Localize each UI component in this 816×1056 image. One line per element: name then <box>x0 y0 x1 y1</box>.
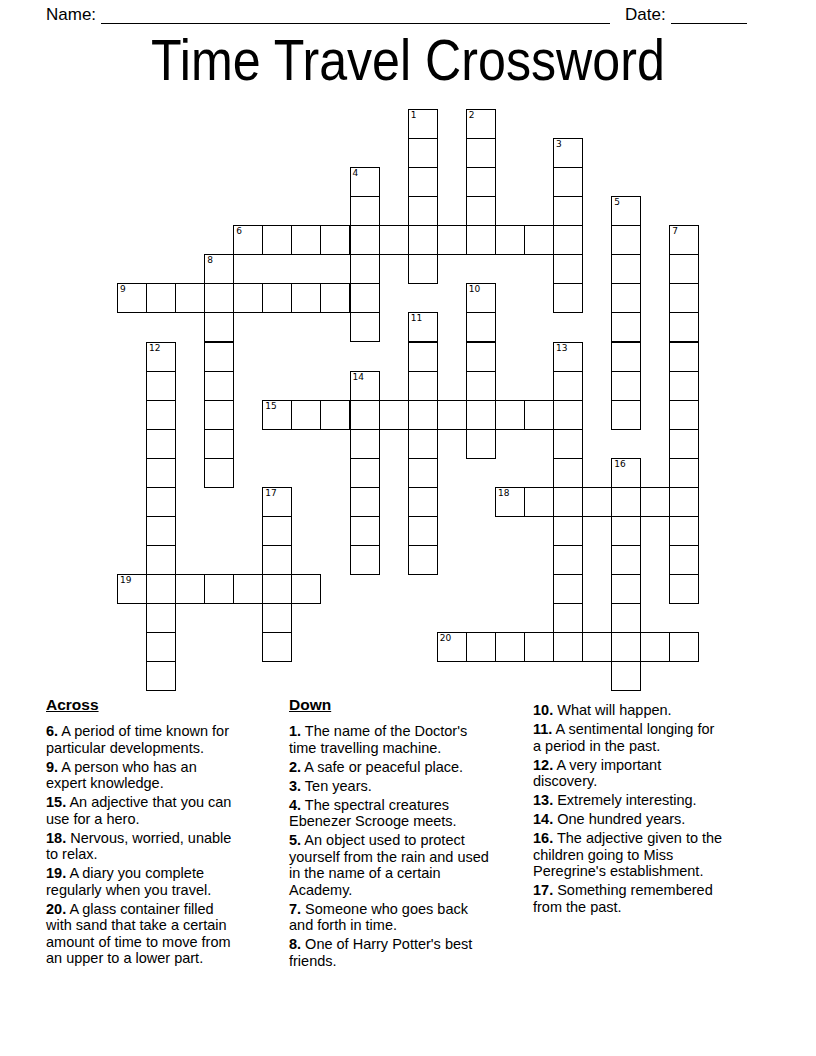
clue-down-8: 8. One of Harry Potter's best friends. <box>289 936 533 969</box>
grid-cell[interactable] <box>466 225 496 255</box>
clue-text: Ten years. <box>301 778 372 794</box>
grid-cell[interactable] <box>669 487 699 517</box>
grid-cell[interactable]: 6 <box>233 225 263 255</box>
cell-number: 11 <box>411 313 422 323</box>
grid-cell[interactable] <box>553 632 583 662</box>
clue-down-14: 14. One hundred years. <box>533 811 785 828</box>
clue-text: A safe or peaceful place. <box>301 759 463 775</box>
name-blank-line[interactable] <box>101 23 610 24</box>
grid-cell[interactable] <box>408 371 438 401</box>
clue-down-10: 10. What will happen. <box>533 702 785 719</box>
grid-cell[interactable] <box>262 574 292 604</box>
grid-cell[interactable]: 14 <box>350 371 380 401</box>
cell-number: 15 <box>265 401 276 411</box>
clue-number: 11. <box>533 721 552 737</box>
grid-cell[interactable] <box>146 545 176 575</box>
grid-cell[interactable] <box>553 371 583 401</box>
clue-number: 4. <box>289 797 301 813</box>
grid-cell[interactable] <box>669 254 699 284</box>
across-clue-column: Across 6. A period of time known for par… <box>46 696 286 969</box>
grid-cell[interactable]: 2 <box>466 109 496 139</box>
grid-cell[interactable] <box>640 632 670 662</box>
cell-number: 18 <box>498 488 509 498</box>
clue-text: A glass container filled with sand that … <box>46 901 231 967</box>
grid-cell[interactable] <box>291 225 321 255</box>
grid-cell[interactable] <box>262 225 292 255</box>
clue-text: Extremely interesting. <box>553 792 696 808</box>
cell-number: 12 <box>149 343 160 353</box>
grid-cell[interactable] <box>524 632 554 662</box>
clue-text: A diary you complete regularly when you … <box>46 865 211 898</box>
cell-number: 16 <box>614 459 625 469</box>
grid-cell[interactable] <box>669 312 699 342</box>
down-clue-list: 1. The name of the Doctor's time travell… <box>289 723 533 969</box>
grid-cell[interactable] <box>204 429 234 459</box>
grid-cell[interactable] <box>553 283 583 313</box>
grid-cell[interactable] <box>146 283 176 313</box>
cell-number: 4 <box>353 168 359 178</box>
clue-down-5: 5. An object used to protect yourself fr… <box>289 832 533 898</box>
clue-across-9: 9. A person who has an expert knowledge. <box>46 759 286 792</box>
crossword-grid: 1234567891011121314151617181920 <box>117 109 699 691</box>
name-label: Name: <box>46 5 96 25</box>
clue-text: An adjective that you can use for a hero… <box>46 794 231 827</box>
grid-cell[interactable] <box>291 400 321 430</box>
grid-cell[interactable] <box>320 400 350 430</box>
clue-number: 7. <box>289 901 301 917</box>
grid-cell[interactable]: 9 <box>117 283 147 313</box>
grid-cell[interactable] <box>350 225 380 255</box>
clue-number: 15. <box>46 794 66 810</box>
grid-cell[interactable] <box>553 574 583 604</box>
grid-cell[interactable] <box>408 167 438 197</box>
clue-text: Someone who goes back and forth in time. <box>289 901 468 934</box>
clue-number: 1. <box>289 723 301 739</box>
grid-cell[interactable] <box>437 225 467 255</box>
grid-cell[interactable] <box>495 632 525 662</box>
clue-number: 10. <box>533 702 553 718</box>
grid-cell[interactable] <box>350 312 380 342</box>
date-blank-line[interactable] <box>671 23 747 24</box>
clue-text: Something remembered from the past. <box>533 882 713 915</box>
grid-cell[interactable] <box>350 516 380 546</box>
grid-cell[interactable]: 5 <box>611 196 641 226</box>
grid-cell[interactable]: 1 <box>408 109 438 139</box>
grid-cell[interactable]: 7 <box>669 225 699 255</box>
cell-number: 3 <box>556 139 562 149</box>
clue-down-1: 1. The name of the Doctor's time travell… <box>289 723 533 756</box>
worksheet-page: Name: Date: Time Travel Crossword 123456… <box>0 0 816 1056</box>
grid-cell[interactable] <box>611 342 641 372</box>
grid-cell[interactable] <box>204 574 234 604</box>
down-clue-list-continued: 10. What will happen.11. A sentimental l… <box>533 702 785 915</box>
grid-cell[interactable]: 15 <box>262 400 292 430</box>
grid-cell[interactable] <box>611 371 641 401</box>
down-clue-column-continued: 10. What will happen.11. A sentimental l… <box>533 702 785 918</box>
grid-cell[interactable] <box>291 283 321 313</box>
clue-number: 2. <box>289 759 301 775</box>
grid-cell[interactable] <box>175 283 205 313</box>
grid-cell[interactable] <box>146 516 176 546</box>
clue-number: 6. <box>46 723 58 739</box>
clue-number: 13. <box>533 792 553 808</box>
cell-number: 10 <box>469 284 480 294</box>
across-clue-list: 6. A period of time known for particular… <box>46 723 286 967</box>
grid-cell[interactable] <box>233 283 263 313</box>
grid-cell[interactable] <box>553 196 583 226</box>
page-title: Time Travel Crossword <box>0 31 816 91</box>
grid-cell[interactable] <box>669 400 699 430</box>
grid-cell[interactable] <box>553 429 583 459</box>
grid-cell[interactable] <box>350 254 380 284</box>
grid-cell[interactable] <box>582 487 612 517</box>
grid-cell[interactable] <box>553 225 583 255</box>
clue-number: 9. <box>46 759 58 775</box>
grid-cell[interactable]: 13 <box>553 342 583 372</box>
clue-text: The name of the Doctor's time travelling… <box>289 723 467 756</box>
date-label: Date: <box>625 5 666 25</box>
grid-cell[interactable] <box>611 283 641 313</box>
grid-cell[interactable] <box>262 283 292 313</box>
clue-number: 16. <box>533 830 553 846</box>
grid-cell[interactable] <box>611 225 641 255</box>
grid-cell[interactable]: 3 <box>553 138 583 168</box>
grid-cell[interactable] <box>204 400 234 430</box>
grid-cell[interactable] <box>669 632 699 662</box>
grid-cell[interactable] <box>495 400 525 430</box>
clue-across-6: 6. A period of time known for particular… <box>46 723 286 756</box>
grid-cell[interactable] <box>146 400 176 430</box>
grid-cell[interactable]: 20 <box>437 632 467 662</box>
clue-text: Nervous, worried, unable to relax. <box>46 830 231 863</box>
grid-cell[interactable] <box>350 196 380 226</box>
down-clue-column: Down 1. The name of the Doctor's time tr… <box>289 696 533 972</box>
clue-number: 18. <box>46 830 66 846</box>
grid-cell[interactable] <box>524 400 554 430</box>
cell-number: 6 <box>236 226 242 236</box>
grid-cell[interactable] <box>466 342 496 372</box>
clue-across-18: 18. Nervous, worried, unable to relax. <box>46 830 286 863</box>
clue-down-12: 12. A very important discovery. <box>533 757 785 790</box>
grid-cell[interactable] <box>524 487 554 517</box>
grid-cell[interactable] <box>466 429 496 459</box>
clue-text: One of Harry Potter's best friends. <box>289 936 472 969</box>
grid-cell[interactable] <box>204 342 234 372</box>
grid-cell[interactable] <box>408 487 438 517</box>
cell-number: 8 <box>207 255 213 265</box>
grid-cell[interactable] <box>669 371 699 401</box>
grid-cell[interactable] <box>640 487 670 517</box>
grid-cell[interactable] <box>669 429 699 459</box>
grid-cell[interactable] <box>262 632 292 662</box>
grid-cell[interactable] <box>611 487 641 517</box>
clue-text: The spectral creatures Ebenezer Scrooge … <box>289 797 457 830</box>
grid-cell[interactable] <box>350 283 380 313</box>
grid-cell[interactable] <box>350 400 380 430</box>
grid-cell[interactable] <box>466 312 496 342</box>
grid-cell[interactable] <box>379 400 409 430</box>
grid-cell[interactable] <box>408 196 438 226</box>
grid-cell[interactable]: 16 <box>611 458 641 488</box>
grid-cell[interactable] <box>669 283 699 313</box>
grid-cell[interactable] <box>204 458 234 488</box>
grid-cell[interactable] <box>233 574 263 604</box>
grid-cell[interactable] <box>466 167 496 197</box>
grid-cell[interactable]: 4 <box>350 167 380 197</box>
clue-text: A sentimental longing for a period in th… <box>533 721 714 754</box>
grid-cell[interactable] <box>379 225 409 255</box>
grid-cell[interactable] <box>669 545 699 575</box>
grid-cell[interactable] <box>611 516 641 546</box>
grid-cell[interactable] <box>146 574 176 604</box>
grid-cell[interactable] <box>350 458 380 488</box>
clue-across-15: 15. An adjective that you can use for a … <box>46 794 286 827</box>
grid-cell[interactable] <box>466 632 496 662</box>
grid-cell[interactable] <box>146 632 176 662</box>
clue-number: 3. <box>289 778 301 794</box>
cell-number: 2 <box>469 110 475 120</box>
grid-cell[interactable] <box>466 400 496 430</box>
grid-cell[interactable] <box>553 516 583 546</box>
grid-cell[interactable] <box>466 138 496 168</box>
clue-down-17: 17. Something remembered from the past. <box>533 882 785 915</box>
cell-number: 17 <box>265 488 276 498</box>
cell-number: 20 <box>440 633 451 643</box>
grid-cell[interactable] <box>553 603 583 633</box>
clue-number: 12. <box>533 757 553 773</box>
grid-cell[interactable] <box>553 458 583 488</box>
grid-cell[interactable] <box>408 516 438 546</box>
grid-cell[interactable] <box>553 254 583 284</box>
grid-cell[interactable] <box>495 225 525 255</box>
grid-cell[interactable] <box>408 138 438 168</box>
grid-cell[interactable] <box>320 225 350 255</box>
clue-number: 8. <box>289 936 301 952</box>
grid-cell[interactable] <box>291 574 321 604</box>
grid-cell[interactable] <box>204 371 234 401</box>
grid-cell[interactable] <box>611 574 641 604</box>
cell-number: 13 <box>556 343 567 353</box>
grid-cell[interactable] <box>611 254 641 284</box>
grid-cell[interactable] <box>669 458 699 488</box>
clue-text: The adjective given to the children goin… <box>533 830 722 879</box>
clue-number: 5. <box>289 832 301 848</box>
grid-cell[interactable] <box>611 545 641 575</box>
grid-cell[interactable] <box>669 342 699 372</box>
cell-number: 7 <box>672 226 678 236</box>
grid-cell[interactable] <box>553 487 583 517</box>
clue-down-13: 13. Extremely interesting. <box>533 792 785 809</box>
grid-cell[interactable] <box>146 603 176 633</box>
grid-cell[interactable] <box>320 283 350 313</box>
grid-cell[interactable] <box>146 661 176 691</box>
clue-down-2: 2. A safe or peaceful place. <box>289 759 533 776</box>
clue-number: 14. <box>533 811 553 827</box>
cell-number: 9 <box>120 284 126 294</box>
grid-cell[interactable] <box>204 312 234 342</box>
clue-text: A person who has an expert knowledge. <box>46 759 197 792</box>
across-header: Across <box>46 696 286 714</box>
grid-cell[interactable] <box>611 661 641 691</box>
grid-cell[interactable] <box>175 574 205 604</box>
clue-text: What will happen. <box>553 702 671 718</box>
grid-cell[interactable] <box>350 429 380 459</box>
grid-cell[interactable] <box>669 516 699 546</box>
grid-cell[interactable] <box>204 283 234 313</box>
grid-cell[interactable]: 12 <box>146 342 176 372</box>
grid-cell[interactable] <box>611 632 641 662</box>
cell-number: 5 <box>614 197 620 207</box>
grid-cell[interactable] <box>466 371 496 401</box>
grid-cell[interactable] <box>611 312 641 342</box>
clue-number: 19. <box>46 865 66 881</box>
grid-cell[interactable] <box>466 196 496 226</box>
clue-number: 20. <box>46 901 66 917</box>
clue-down-16: 16. The adjective given to the children … <box>533 830 785 880</box>
clue-text: One hundred years. <box>553 811 685 827</box>
grid-cell[interactable] <box>350 487 380 517</box>
down-header: Down <box>289 696 533 714</box>
cell-number: 19 <box>120 575 131 585</box>
grid-cell[interactable] <box>262 516 292 546</box>
grid-cell[interactable] <box>553 545 583 575</box>
grid-cell[interactable] <box>146 429 176 459</box>
grid-cell[interactable] <box>146 487 176 517</box>
clue-down-7: 7. Someone who goes back and forth in ti… <box>289 901 533 934</box>
grid-cell[interactable]: 18 <box>495 487 525 517</box>
clue-across-19: 19. A diary you complete regularly when … <box>46 865 286 898</box>
grid-cell[interactable] <box>408 342 438 372</box>
grid-cell[interactable]: 17 <box>262 487 292 517</box>
grid-cell[interactable] <box>437 400 467 430</box>
grid-cell[interactable] <box>611 603 641 633</box>
grid-cell[interactable] <box>524 225 554 255</box>
grid-cell[interactable] <box>350 545 380 575</box>
grid-cell[interactable] <box>611 400 641 430</box>
grid-cell[interactable]: 10 <box>466 283 496 313</box>
clue-down-11: 11. A sentimental longing for a period i… <box>533 721 785 754</box>
grid-cell[interactable]: 8 <box>204 254 234 284</box>
grid-cell[interactable] <box>408 458 438 488</box>
grid-cell[interactable] <box>262 545 292 575</box>
grid-cell[interactable] <box>669 574 699 604</box>
grid-cell[interactable] <box>553 167 583 197</box>
clue-across-20: 20. A glass container filled with sand t… <box>46 901 286 967</box>
grid-cell[interactable]: 19 <box>117 574 147 604</box>
grid-cell[interactable] <box>582 632 612 662</box>
cell-number: 14 <box>353 372 364 382</box>
clue-text: An object used to protect yourself from … <box>289 832 489 898</box>
grid-cell[interactable] <box>408 254 438 284</box>
grid-cell[interactable] <box>408 429 438 459</box>
grid-cell[interactable] <box>553 400 583 430</box>
clue-text: A very important discovery. <box>533 757 661 790</box>
grid-cell[interactable] <box>408 545 438 575</box>
clue-text: A period of time known for particular de… <box>46 723 229 756</box>
cell-number: 1 <box>411 110 417 120</box>
grid-cell[interactable] <box>408 400 438 430</box>
clue-number: 17. <box>533 882 553 898</box>
clue-down-3: 3. Ten years. <box>289 778 533 795</box>
grid-cell[interactable] <box>146 458 176 488</box>
grid-cell[interactable] <box>146 371 176 401</box>
grid-cell[interactable] <box>408 225 438 255</box>
clue-down-4: 4. The spectral creatures Ebenezer Scroo… <box>289 797 533 830</box>
grid-cell[interactable]: 11 <box>408 312 438 342</box>
grid-cell[interactable] <box>262 603 292 633</box>
